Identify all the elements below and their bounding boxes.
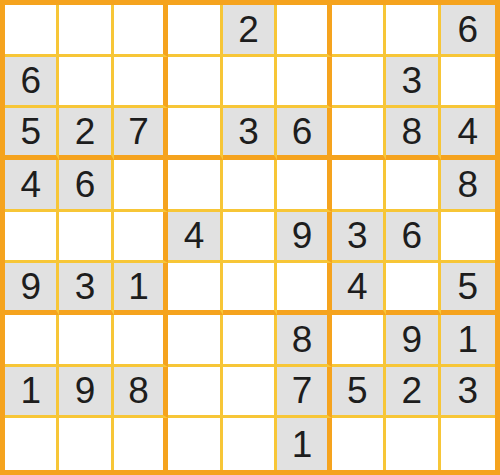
- cell-r9c7[interactable]: [332, 418, 386, 470]
- cell-r9c8[interactable]: [386, 418, 440, 470]
- cell-r8c8[interactable]: 2: [386, 367, 440, 419]
- cell-r4c7[interactable]: [332, 160, 386, 212]
- cell-r3c9[interactable]: 4: [441, 108, 495, 160]
- cell-r3c2[interactable]: 2: [59, 108, 113, 160]
- cell-r8c6[interactable]: 7: [277, 367, 331, 419]
- cell-r2c4[interactable]: [168, 57, 222, 109]
- cell-r5c6[interactable]: 9: [277, 212, 331, 264]
- cell-r1c8[interactable]: [386, 5, 440, 57]
- cell-r4c3[interactable]: [114, 160, 168, 212]
- cell-r1c4[interactable]: [168, 5, 222, 57]
- cell-r2c2[interactable]: [59, 57, 113, 109]
- cell-r7c6[interactable]: 8: [277, 315, 331, 367]
- cell-r4c2[interactable]: 6: [59, 160, 113, 212]
- cell-r7c4[interactable]: [168, 315, 222, 367]
- cell-r1c3[interactable]: [114, 5, 168, 57]
- cell-r2c7[interactable]: [332, 57, 386, 109]
- cell-r9c3[interactable]: [114, 418, 168, 470]
- cell-r7c7[interactable]: [332, 315, 386, 367]
- cell-r4c1[interactable]: 4: [5, 160, 59, 212]
- cell-r1c1[interactable]: [5, 5, 59, 57]
- cell-r4c5[interactable]: [223, 160, 277, 212]
- cell-r1c2[interactable]: [59, 5, 113, 57]
- cell-r8c3[interactable]: 8: [114, 367, 168, 419]
- cell-r7c5[interactable]: [223, 315, 277, 367]
- cell-r3c7[interactable]: [332, 108, 386, 160]
- cell-r8c5[interactable]: [223, 367, 277, 419]
- cell-r3c6[interactable]: 6: [277, 108, 331, 160]
- cell-r5c1[interactable]: [5, 212, 59, 264]
- cell-r7c1[interactable]: [5, 315, 59, 367]
- cell-r9c6[interactable]: 1: [277, 418, 331, 470]
- cell-r2c5[interactable]: [223, 57, 277, 109]
- cell-r4c8[interactable]: [386, 160, 440, 212]
- cell-r2c6[interactable]: [277, 57, 331, 109]
- cell-r6c2[interactable]: 3: [59, 263, 113, 315]
- cell-r3c3[interactable]: 7: [114, 108, 168, 160]
- cell-r2c9[interactable]: [441, 57, 495, 109]
- cell-r1c9[interactable]: 6: [441, 5, 495, 57]
- cell-r3c1[interactable]: 5: [5, 108, 59, 160]
- cell-r2c3[interactable]: [114, 57, 168, 109]
- cell-r8c2[interactable]: 9: [59, 367, 113, 419]
- sudoku-board: 2663527368446849369314589119875231: [0, 0, 500, 475]
- cell-r8c7[interactable]: 5: [332, 367, 386, 419]
- cell-r2c1[interactable]: 6: [5, 57, 59, 109]
- cell-r4c4[interactable]: [168, 160, 222, 212]
- cell-r5c5[interactable]: [223, 212, 277, 264]
- cell-r7c9[interactable]: 1: [441, 315, 495, 367]
- cell-r6c7[interactable]: 4: [332, 263, 386, 315]
- cell-r7c3[interactable]: [114, 315, 168, 367]
- cell-r7c8[interactable]: 9: [386, 315, 440, 367]
- cell-r6c1[interactable]: 9: [5, 263, 59, 315]
- cell-r5c9[interactable]: [441, 212, 495, 264]
- cell-r8c9[interactable]: 3: [441, 367, 495, 419]
- cell-r5c7[interactable]: 3: [332, 212, 386, 264]
- cell-r8c1[interactable]: 1: [5, 367, 59, 419]
- cell-r6c6[interactable]: [277, 263, 331, 315]
- cell-r9c1[interactable]: [5, 418, 59, 470]
- cell-r3c5[interactable]: 3: [223, 108, 277, 160]
- cell-r3c8[interactable]: 8: [386, 108, 440, 160]
- cell-r9c2[interactable]: [59, 418, 113, 470]
- cell-r4c9[interactable]: 8: [441, 160, 495, 212]
- cell-r9c9[interactable]: [441, 418, 495, 470]
- cell-r3c4[interactable]: [168, 108, 222, 160]
- cell-r7c2[interactable]: [59, 315, 113, 367]
- cell-r1c7[interactable]: [332, 5, 386, 57]
- cell-r5c4[interactable]: 4: [168, 212, 222, 264]
- cell-r9c4[interactable]: [168, 418, 222, 470]
- cell-r1c6[interactable]: [277, 5, 331, 57]
- cell-r8c4[interactable]: [168, 367, 222, 419]
- cell-r6c4[interactable]: [168, 263, 222, 315]
- cell-r6c3[interactable]: 1: [114, 263, 168, 315]
- cell-r1c5[interactable]: 2: [223, 5, 277, 57]
- cell-r6c9[interactable]: 5: [441, 263, 495, 315]
- cell-r6c8[interactable]: [386, 263, 440, 315]
- cell-r5c8[interactable]: 6: [386, 212, 440, 264]
- cell-r4c6[interactable]: [277, 160, 331, 212]
- cell-r5c3[interactable]: [114, 212, 168, 264]
- cell-r6c5[interactable]: [223, 263, 277, 315]
- cell-r5c2[interactable]: [59, 212, 113, 264]
- cell-r9c5[interactable]: [223, 418, 277, 470]
- cell-r2c8[interactable]: 3: [386, 57, 440, 109]
